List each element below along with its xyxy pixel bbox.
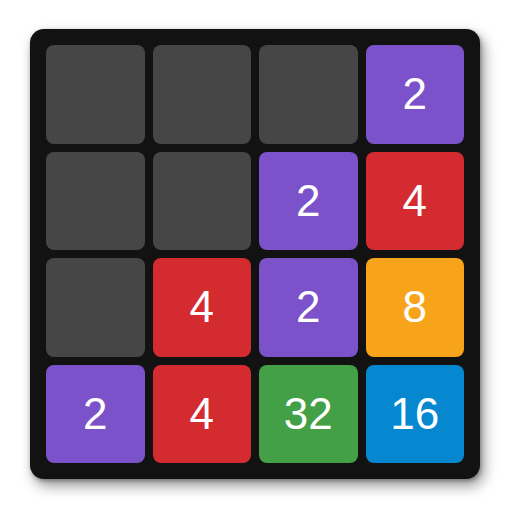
2048-board[interactable]: 224428243216	[30, 29, 480, 479]
tile-2-r1c4: 2	[366, 45, 465, 144]
tile-16-r4c4: 16	[366, 365, 465, 464]
empty-cell-r2c2	[153, 152, 252, 251]
tile-32-r4c3: 32	[259, 365, 358, 464]
tile-2-r4c1: 2	[46, 365, 145, 464]
empty-cell-r2c1	[46, 152, 145, 251]
tile-4-r2c4: 4	[366, 152, 465, 251]
page-background: 224428243216	[0, 0, 512, 512]
empty-cell-r3c1	[46, 258, 145, 357]
tile-4-r4c2: 4	[153, 365, 252, 464]
empty-cell-r1c3	[259, 45, 358, 144]
tile-2-r3c3: 2	[259, 258, 358, 357]
empty-cell-r1c1	[46, 45, 145, 144]
tile-2-r2c3: 2	[259, 152, 358, 251]
tile-4-r3c2: 4	[153, 258, 252, 357]
empty-cell-r1c2	[153, 45, 252, 144]
tile-8-r3c4: 8	[366, 258, 465, 357]
